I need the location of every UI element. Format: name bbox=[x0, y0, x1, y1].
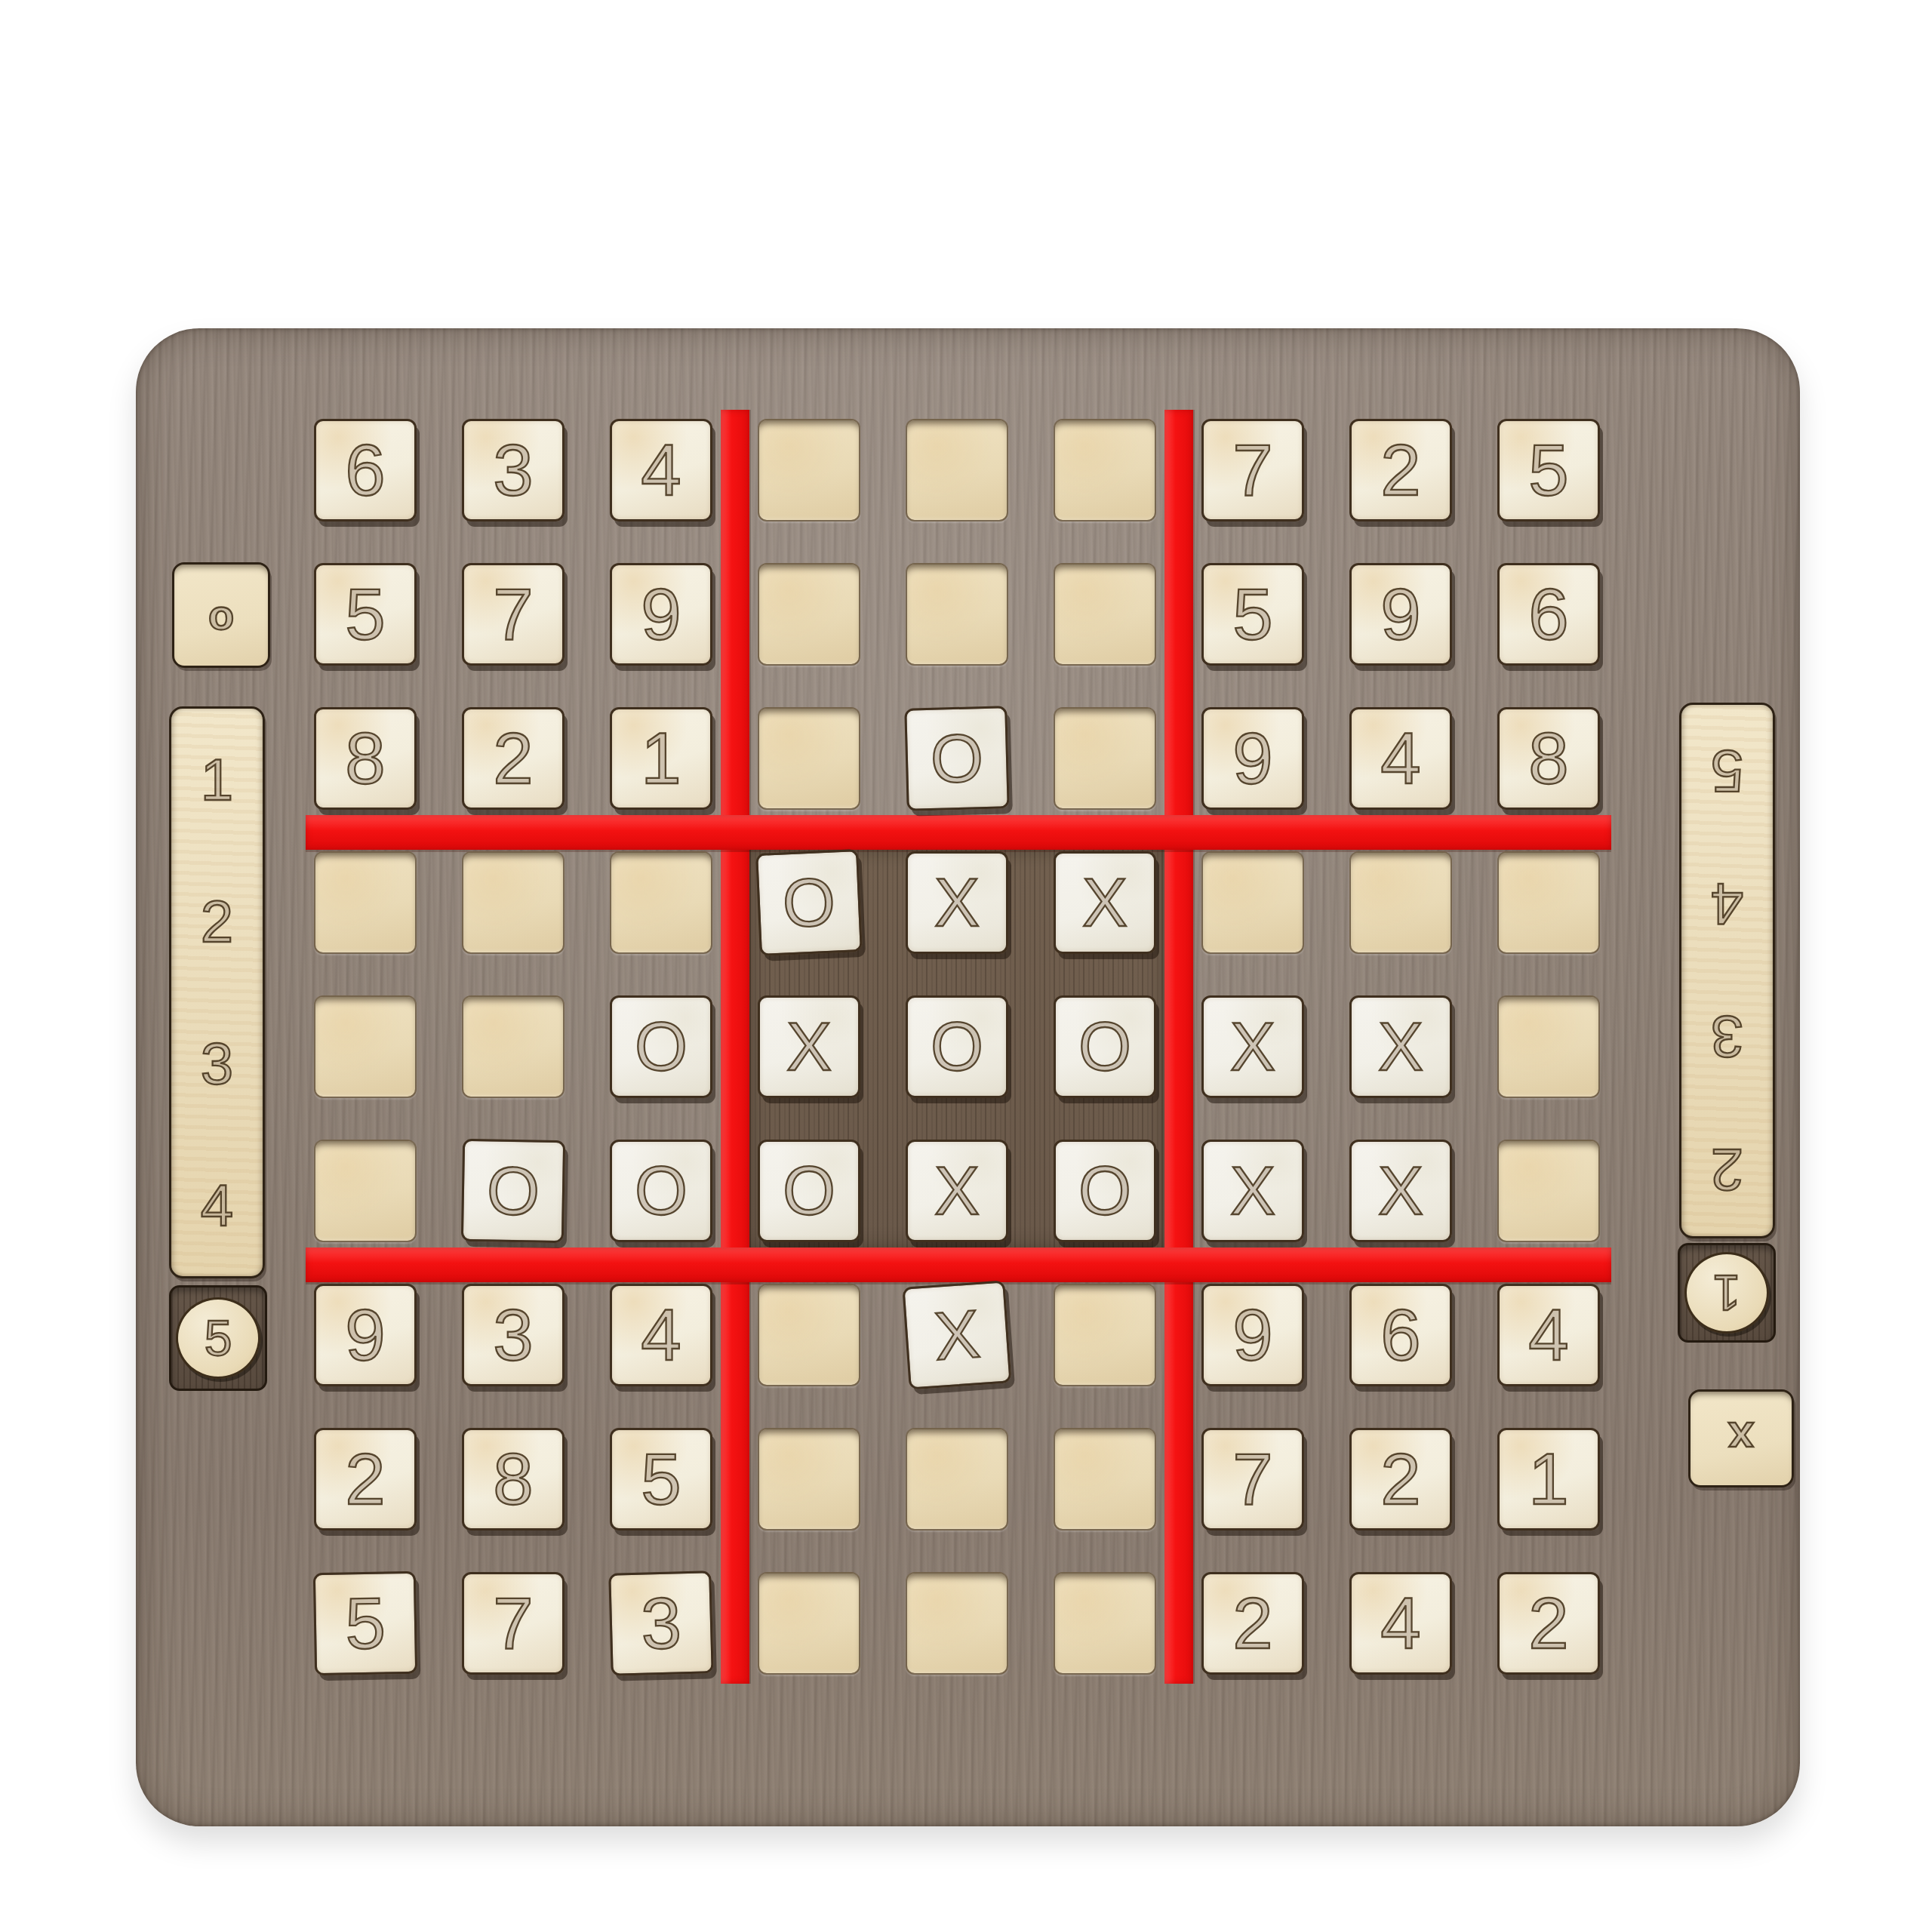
cell-r4c7 bbox=[1201, 851, 1304, 954]
tile-glyph-3: 3 bbox=[611, 1573, 711, 1673]
tile-glyph-1: 1 bbox=[1500, 1430, 1598, 1528]
tile-glyph-7: 7 bbox=[464, 565, 562, 663]
tile-glyph-X: X bbox=[905, 1283, 1010, 1388]
tile-glyph-X: X bbox=[760, 998, 858, 1096]
tile-glyph-9: 9 bbox=[1204, 709, 1302, 808]
tile-glyph-X: X bbox=[1204, 1142, 1302, 1240]
tile-6-r7c8[interactable]: 6 bbox=[1349, 1284, 1452, 1386]
cell-r6c9 bbox=[1497, 1140, 1600, 1242]
tile-1-r8c9[interactable]: 1 bbox=[1497, 1428, 1600, 1531]
tile-glyph-2: 2 bbox=[1204, 1574, 1302, 1672]
tile-glyph-3: 3 bbox=[464, 1286, 562, 1384]
x-glyph: x bbox=[1690, 1392, 1792, 1485]
tile-glyph-7: 7 bbox=[464, 1574, 562, 1672]
scale-number-3: 3 bbox=[1681, 1008, 1773, 1066]
cell-r5c2 bbox=[462, 995, 565, 1098]
scale-number-4: 4 bbox=[171, 1176, 263, 1235]
tile-X-r5c7[interactable]: X bbox=[1201, 995, 1304, 1098]
scale-number-3: 3 bbox=[171, 1034, 263, 1093]
tile-glyph-4: 4 bbox=[1352, 1574, 1450, 1672]
left-score-rail: 1234 bbox=[169, 706, 265, 1278]
cell-r8c5 bbox=[906, 1428, 1008, 1531]
tile-9-r7c1[interactable]: 9 bbox=[314, 1284, 417, 1386]
right-score-rail: 5432 bbox=[1679, 703, 1775, 1238]
tile-glyph-X: X bbox=[1352, 1142, 1450, 1240]
tile-glyph-5: 5 bbox=[1204, 565, 1302, 663]
scale-number-2: 2 bbox=[1681, 1140, 1773, 1199]
cell-r1c6 bbox=[1054, 419, 1156, 521]
cell-r3c4 bbox=[758, 707, 860, 810]
tile-9-r2c8[interactable]: 9 bbox=[1349, 563, 1452, 666]
o-glyph: o bbox=[174, 565, 268, 666]
tile-glyph-2: 2 bbox=[316, 1430, 414, 1528]
tile-glyph-4: 4 bbox=[612, 1286, 710, 1384]
tile-7-r1c7[interactable]: 7 bbox=[1201, 419, 1304, 521]
tile-glyph-O: O bbox=[760, 1142, 858, 1240]
tile-glyph-O: O bbox=[758, 851, 860, 954]
tile-glyph-5: 5 bbox=[612, 1430, 710, 1528]
sudoku-board: 634725579596821O948OXXOXOOXXOOOXOXX934X9… bbox=[136, 328, 1800, 1826]
tile-glyph-9: 9 bbox=[1204, 1286, 1302, 1384]
cell-r2c6 bbox=[1054, 563, 1156, 666]
tile-8-r8c2[interactable]: 8 bbox=[462, 1428, 565, 1531]
tile-2-r9c9[interactable]: 2 bbox=[1497, 1572, 1600, 1675]
tile-O-r5c5[interactable]: O bbox=[906, 995, 1008, 1098]
right-round-token[interactable]: 1 bbox=[1684, 1252, 1769, 1334]
cell-r9c6 bbox=[1054, 1572, 1156, 1675]
tile-5-r8c3[interactable]: 5 bbox=[610, 1428, 712, 1531]
cell-r4c1 bbox=[314, 851, 417, 954]
tile-X-r7c5[interactable]: X bbox=[902, 1280, 1011, 1389]
tile-glyph-2: 2 bbox=[1352, 1430, 1450, 1528]
right-token-slot: 1 bbox=[1678, 1243, 1776, 1343]
tile-4-r7c9[interactable]: 4 bbox=[1497, 1284, 1600, 1386]
cell-r8c6 bbox=[1054, 1428, 1156, 1531]
tile-X-r5c4[interactable]: X bbox=[758, 995, 860, 1098]
tile-2-r1c8[interactable]: 2 bbox=[1349, 419, 1452, 521]
tile-glyph-8: 8 bbox=[464, 1430, 562, 1528]
tile-X-r6c8[interactable]: X bbox=[1349, 1140, 1452, 1242]
tile-glyph-X: X bbox=[1352, 998, 1450, 1096]
tile-glyph-4: 4 bbox=[612, 421, 710, 519]
left-token-glyph: 5 bbox=[178, 1300, 258, 1377]
tile-glyph-O: O bbox=[612, 998, 710, 1096]
tile-O-r6c3[interactable]: O bbox=[610, 1140, 712, 1242]
tile-glyph-O: O bbox=[612, 1142, 710, 1240]
tile-9-r3c7[interactable]: 9 bbox=[1201, 707, 1304, 810]
tile-O-r6c6[interactable]: O bbox=[1054, 1140, 1156, 1242]
tile-glyph-X: X bbox=[908, 854, 1006, 952]
tile-glyph-6: 6 bbox=[316, 421, 414, 519]
cell-r4c3 bbox=[610, 851, 712, 954]
tile-glyph-1: 1 bbox=[612, 709, 710, 808]
tile-glyph-5: 5 bbox=[1500, 421, 1598, 519]
cell-r2c4 bbox=[758, 563, 860, 666]
tile-2-r8c8[interactable]: 2 bbox=[1349, 1428, 1452, 1531]
tile-2-r9c7[interactable]: 2 bbox=[1201, 1572, 1304, 1675]
tile-O-r5c6[interactable]: O bbox=[1054, 995, 1156, 1098]
o-reference-tile[interactable]: o bbox=[172, 562, 270, 668]
tile-glyph-X: X bbox=[1056, 854, 1154, 952]
tile-X-r5c8[interactable]: X bbox=[1349, 995, 1452, 1098]
left-round-token[interactable]: 5 bbox=[176, 1297, 260, 1379]
cell-r8c4 bbox=[758, 1428, 860, 1531]
cell-r3c6 bbox=[1054, 707, 1156, 810]
tile-4-r7c3[interactable]: 4 bbox=[610, 1284, 712, 1386]
tile-3-r9c3[interactable]: 3 bbox=[608, 1571, 714, 1676]
cell-r9c4 bbox=[758, 1572, 860, 1675]
tile-glyph-O: O bbox=[1056, 998, 1154, 1096]
tile-9-r7c7[interactable]: 9 bbox=[1201, 1284, 1304, 1386]
tile-glyph-9: 9 bbox=[612, 565, 710, 663]
tile-8-r3c9[interactable]: 8 bbox=[1497, 707, 1600, 810]
cell-r4c2 bbox=[462, 851, 565, 954]
tile-glyph-8: 8 bbox=[1500, 709, 1598, 808]
tile-7-r2c2[interactable]: 7 bbox=[462, 563, 565, 666]
board-grid: 634725579596821O948OXXOXOOXXOOOXOXX934X9… bbox=[136, 328, 1800, 1826]
tile-glyph-9: 9 bbox=[1352, 565, 1450, 663]
tile-4-r3c8[interactable]: 4 bbox=[1349, 707, 1452, 810]
tile-4-r9c8[interactable]: 4 bbox=[1349, 1572, 1452, 1675]
tile-9-r2c3[interactable]: 9 bbox=[610, 563, 712, 666]
tile-8-r3c1[interactable]: 8 bbox=[314, 707, 417, 810]
tile-glyph-6: 6 bbox=[1500, 565, 1598, 663]
tile-glyph-5: 5 bbox=[315, 1574, 415, 1673]
cell-r6c1 bbox=[314, 1140, 417, 1242]
tile-glyph-7: 7 bbox=[1204, 1430, 1302, 1528]
tile-glyph-5: 5 bbox=[316, 565, 414, 663]
scale-number-1: 1 bbox=[171, 750, 263, 809]
tile-5-r2c1[interactable]: 5 bbox=[314, 563, 417, 666]
cell-r7c4 bbox=[758, 1284, 860, 1386]
tile-X-r6c5[interactable]: X bbox=[906, 1140, 1008, 1242]
tile-glyph-O: O bbox=[463, 1141, 563, 1241]
photo-canvas: 634725579596821O948OXXOXOOXXOOOXOXX934X9… bbox=[0, 0, 1932, 1932]
cell-r4c8 bbox=[1349, 851, 1452, 954]
cell-r9c5 bbox=[906, 1572, 1008, 1675]
cell-r7c6 bbox=[1054, 1284, 1156, 1386]
tile-5-r9c1[interactable]: 5 bbox=[313, 1571, 417, 1675]
tile-glyph-3: 3 bbox=[464, 421, 562, 519]
tile-glyph-2: 2 bbox=[1500, 1574, 1598, 1672]
tile-O-r6c2[interactable]: O bbox=[461, 1139, 565, 1243]
tile-X-r4c6[interactable]: X bbox=[1054, 851, 1156, 954]
cell-r5c9 bbox=[1497, 995, 1600, 1098]
tile-4-r1c3[interactable]: 4 bbox=[610, 419, 712, 521]
tile-glyph-O: O bbox=[906, 708, 1007, 808]
tile-glyph-6: 6 bbox=[1352, 1286, 1450, 1384]
tile-1-r3c3[interactable]: 1 bbox=[610, 707, 712, 810]
tile-glyph-4: 4 bbox=[1352, 709, 1450, 808]
scale-number-4: 4 bbox=[1681, 875, 1773, 934]
tile-7-r8c7[interactable]: 7 bbox=[1201, 1428, 1304, 1531]
tile-O-r3c5[interactable]: O bbox=[904, 706, 1010, 811]
cell-r5c1 bbox=[314, 995, 417, 1098]
tile-glyph-O: O bbox=[908, 998, 1006, 1096]
tile-2-r3c2[interactable]: 2 bbox=[462, 707, 565, 810]
scale-number-2: 2 bbox=[171, 892, 263, 951]
tile-3-r7c2[interactable]: 3 bbox=[462, 1284, 565, 1386]
tile-glyph-X: X bbox=[908, 1142, 1006, 1240]
tile-2-r8c1[interactable]: 2 bbox=[314, 1428, 417, 1531]
tile-O-r5c3[interactable]: O bbox=[610, 995, 712, 1098]
cell-r1c4 bbox=[758, 419, 860, 521]
cell-r2c5 bbox=[906, 563, 1008, 666]
tile-5-r2c7[interactable]: 5 bbox=[1201, 563, 1304, 666]
tile-O-r4c4[interactable]: O bbox=[755, 849, 863, 956]
cell-r1c5 bbox=[906, 419, 1008, 521]
tile-glyph-8: 8 bbox=[316, 709, 414, 808]
x-reference-tile[interactable]: x bbox=[1688, 1389, 1794, 1487]
scale-number-5: 5 bbox=[1681, 742, 1773, 801]
tile-6-r1c1[interactable]: 6 bbox=[314, 419, 417, 521]
tile-7-r9c2[interactable]: 7 bbox=[462, 1572, 565, 1675]
tile-X-r4c5[interactable]: X bbox=[906, 851, 1008, 954]
tile-O-r6c4[interactable]: O bbox=[758, 1140, 860, 1242]
tile-glyph-O: O bbox=[1056, 1142, 1154, 1240]
tile-glyph-9: 9 bbox=[316, 1286, 414, 1384]
tile-glyph-4: 4 bbox=[1500, 1286, 1598, 1384]
cell-r4c9 bbox=[1497, 851, 1600, 954]
right-token-glyph: 1 bbox=[1687, 1254, 1767, 1331]
tile-X-r6c7[interactable]: X bbox=[1201, 1140, 1304, 1242]
tile-glyph-7: 7 bbox=[1204, 421, 1302, 519]
left-token-slot: 5 bbox=[169, 1285, 267, 1391]
tile-5-r1c9[interactable]: 5 bbox=[1497, 419, 1600, 521]
tile-glyph-2: 2 bbox=[464, 709, 562, 808]
tile-glyph-X: X bbox=[1204, 998, 1302, 1096]
tile-glyph-2: 2 bbox=[1352, 421, 1450, 519]
tile-3-r1c2[interactable]: 3 bbox=[462, 419, 565, 521]
tile-6-r2c9[interactable]: 6 bbox=[1497, 563, 1600, 666]
